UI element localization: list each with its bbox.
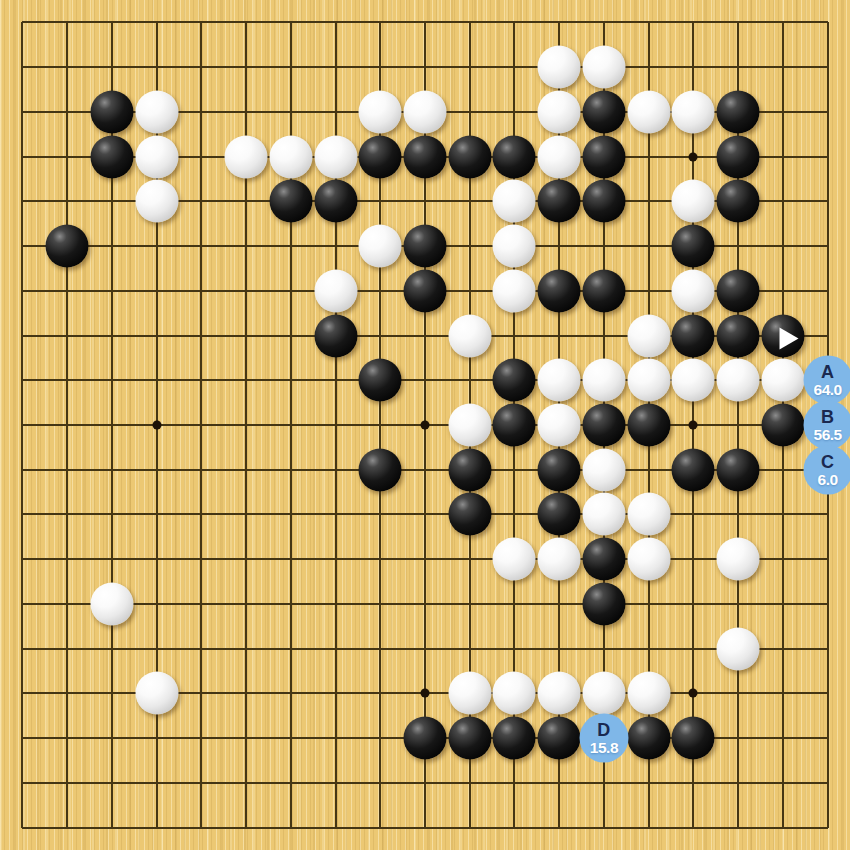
intersection[interactable] (582, 805, 627, 850)
intersection[interactable] (45, 0, 90, 45)
intersection[interactable] (626, 492, 671, 537)
intersection[interactable] (761, 0, 806, 45)
intersection[interactable] (179, 134, 224, 179)
intersection[interactable] (179, 268, 224, 313)
intersection[interactable] (134, 761, 179, 806)
intersection[interactable] (403, 716, 448, 761)
intersection[interactable] (268, 716, 313, 761)
intersection[interactable] (313, 805, 358, 850)
intersection[interactable] (492, 447, 537, 492)
intersection[interactable] (268, 582, 313, 627)
intersection[interactable] (45, 313, 90, 358)
intersection[interactable] (89, 805, 134, 850)
intersection[interactable] (358, 582, 403, 627)
intersection[interactable] (89, 403, 134, 448)
intersection[interactable] (761, 179, 806, 224)
intersection[interactable] (761, 492, 806, 537)
intersection[interactable] (224, 403, 269, 448)
intersection[interactable] (134, 0, 179, 45)
intersection[interactable] (626, 358, 671, 403)
intersection[interactable] (313, 537, 358, 582)
intersection[interactable] (626, 134, 671, 179)
intersection[interactable] (89, 626, 134, 671)
intersection[interactable] (0, 805, 45, 850)
intersection[interactable] (582, 492, 627, 537)
intersection[interactable] (805, 805, 850, 850)
intersection[interactable] (761, 761, 806, 806)
intersection[interactable] (582, 313, 627, 358)
intersection[interactable] (671, 0, 716, 45)
intersection[interactable] (671, 313, 716, 358)
intersection[interactable] (224, 224, 269, 269)
intersection[interactable] (268, 313, 313, 358)
intersection[interactable] (582, 134, 627, 179)
intersection[interactable] (224, 492, 269, 537)
intersection[interactable] (805, 671, 850, 716)
intersection[interactable] (671, 403, 716, 448)
intersection[interactable] (45, 134, 90, 179)
intersection[interactable] (447, 224, 492, 269)
intersection[interactable] (403, 492, 448, 537)
intersection[interactable] (582, 358, 627, 403)
intersection[interactable] (268, 626, 313, 671)
intersection[interactable] (626, 626, 671, 671)
intersection[interactable] (582, 179, 627, 224)
intersection[interactable] (671, 45, 716, 90)
intersection[interactable] (537, 0, 582, 45)
intersection[interactable] (716, 45, 761, 90)
intersection[interactable] (179, 358, 224, 403)
intersection[interactable] (761, 45, 806, 90)
intersection[interactable] (0, 358, 45, 403)
intersection[interactable] (626, 805, 671, 850)
intersection[interactable] (805, 268, 850, 313)
intersection[interactable] (358, 716, 403, 761)
intersection[interactable] (45, 626, 90, 671)
intersection[interactable] (358, 805, 403, 850)
intersection[interactable] (537, 537, 582, 582)
intersection[interactable] (45, 671, 90, 716)
intersection[interactable] (268, 403, 313, 448)
intersection[interactable] (313, 89, 358, 134)
intersection[interactable] (447, 179, 492, 224)
intersection[interactable] (179, 45, 224, 90)
intersection[interactable] (134, 582, 179, 627)
intersection[interactable] (313, 358, 358, 403)
intersection[interactable] (268, 492, 313, 537)
intersection[interactable] (403, 45, 448, 90)
intersection[interactable] (358, 626, 403, 671)
intersection[interactable] (671, 805, 716, 850)
intersection[interactable] (313, 582, 358, 627)
intersection[interactable] (626, 313, 671, 358)
intersection[interactable] (805, 716, 850, 761)
intersection[interactable] (268, 179, 313, 224)
intersection[interactable] (537, 492, 582, 537)
intersection[interactable] (626, 179, 671, 224)
intersection[interactable] (582, 403, 627, 448)
intersection[interactable] (671, 671, 716, 716)
intersection[interactable] (805, 761, 850, 806)
intersection[interactable] (761, 626, 806, 671)
intersection[interactable] (0, 403, 45, 448)
intersection[interactable] (0, 224, 45, 269)
intersection[interactable] (447, 0, 492, 45)
intersection[interactable] (492, 671, 537, 716)
intersection[interactable] (358, 761, 403, 806)
intersection[interactable] (224, 0, 269, 45)
intersection[interactable] (537, 224, 582, 269)
intersection[interactable] (313, 492, 358, 537)
intersection[interactable] (0, 537, 45, 582)
intersection[interactable] (45, 268, 90, 313)
intersection[interactable] (626, 403, 671, 448)
intersection[interactable] (403, 179, 448, 224)
intersection[interactable] (492, 224, 537, 269)
intersection[interactable] (89, 134, 134, 179)
intersection[interactable] (358, 89, 403, 134)
intersection[interactable] (403, 224, 448, 269)
intersection[interactable] (89, 761, 134, 806)
intersection[interactable] (716, 537, 761, 582)
intersection[interactable] (179, 179, 224, 224)
intersection[interactable] (313, 626, 358, 671)
intersection[interactable] (447, 268, 492, 313)
intersection[interactable] (626, 716, 671, 761)
intersection[interactable] (224, 582, 269, 627)
intersection[interactable] (492, 313, 537, 358)
intersection[interactable] (134, 268, 179, 313)
intersection[interactable] (537, 671, 582, 716)
intersection[interactable] (805, 134, 850, 179)
intersection[interactable] (134, 179, 179, 224)
intersection[interactable] (447, 626, 492, 671)
intersection[interactable] (805, 89, 850, 134)
intersection[interactable] (134, 537, 179, 582)
intersection[interactable] (582, 268, 627, 313)
intersection[interactable] (358, 313, 403, 358)
intersection[interactable] (224, 313, 269, 358)
intersection[interactable] (582, 45, 627, 90)
intersection[interactable] (268, 447, 313, 492)
intersection[interactable] (447, 447, 492, 492)
intersection[interactable] (89, 89, 134, 134)
intersection[interactable] (358, 403, 403, 448)
intersection[interactable] (537, 358, 582, 403)
intersection[interactable] (537, 716, 582, 761)
intersection[interactable] (45, 45, 90, 90)
intersection[interactable] (582, 761, 627, 806)
intersection[interactable] (805, 626, 850, 671)
intersection[interactable] (492, 179, 537, 224)
intersection[interactable] (805, 492, 850, 537)
intersection[interactable] (582, 0, 627, 45)
intersection[interactable] (45, 805, 90, 850)
intersection[interactable] (716, 492, 761, 537)
intersection[interactable] (179, 761, 224, 806)
intersection[interactable]: C6.0 (805, 447, 850, 492)
intersection[interactable] (447, 358, 492, 403)
intersection[interactable] (761, 313, 806, 358)
intersection[interactable] (537, 761, 582, 806)
intersection[interactable] (403, 0, 448, 45)
intersection[interactable] (403, 403, 448, 448)
intersection[interactable] (179, 537, 224, 582)
intersection[interactable] (268, 89, 313, 134)
intersection[interactable] (45, 179, 90, 224)
intersection[interactable] (671, 224, 716, 269)
intersection[interactable] (179, 313, 224, 358)
intersection[interactable] (626, 89, 671, 134)
intersection[interactable] (761, 89, 806, 134)
intersection[interactable] (134, 403, 179, 448)
intersection[interactable] (537, 313, 582, 358)
intersection[interactable] (492, 358, 537, 403)
intersection[interactable] (313, 224, 358, 269)
intersection[interactable] (179, 716, 224, 761)
intersection[interactable] (805, 224, 850, 269)
intersection[interactable] (716, 0, 761, 45)
intersection[interactable] (0, 0, 45, 45)
intersection[interactable] (716, 582, 761, 627)
intersection[interactable] (179, 492, 224, 537)
intersection[interactable] (492, 134, 537, 179)
intersection[interactable] (134, 716, 179, 761)
intersection[interactable]: A64.0 (805, 358, 850, 403)
intersection[interactable] (716, 134, 761, 179)
intersection[interactable] (0, 45, 45, 90)
intersection[interactable] (447, 492, 492, 537)
suggestion-A[interactable]: A64.0 (803, 356, 850, 405)
intersection[interactable] (313, 403, 358, 448)
intersection[interactable] (0, 582, 45, 627)
intersection[interactable] (89, 224, 134, 269)
intersection[interactable] (313, 0, 358, 45)
intersection[interactable] (403, 313, 448, 358)
intersection[interactable] (447, 671, 492, 716)
intersection[interactable] (761, 671, 806, 716)
intersection[interactable] (403, 805, 448, 850)
intersection[interactable] (582, 582, 627, 627)
intersection[interactable] (224, 805, 269, 850)
intersection[interactable] (224, 537, 269, 582)
intersection[interactable] (313, 268, 358, 313)
intersection[interactable] (582, 626, 627, 671)
intersection[interactable] (89, 447, 134, 492)
intersection[interactable] (537, 134, 582, 179)
intersection[interactable] (403, 537, 448, 582)
intersection[interactable] (805, 45, 850, 90)
intersection[interactable] (0, 89, 45, 134)
intersection[interactable] (358, 671, 403, 716)
intersection[interactable] (671, 582, 716, 627)
intersection[interactable] (716, 447, 761, 492)
intersection[interactable] (358, 0, 403, 45)
intersection[interactable] (537, 447, 582, 492)
intersection[interactable] (224, 761, 269, 806)
intersection[interactable] (671, 492, 716, 537)
intersection[interactable] (89, 671, 134, 716)
intersection[interactable] (358, 224, 403, 269)
intersection[interactable] (716, 358, 761, 403)
intersection[interactable] (313, 447, 358, 492)
intersection[interactable] (268, 761, 313, 806)
intersection[interactable] (761, 403, 806, 448)
intersection[interactable] (403, 582, 448, 627)
intersection[interactable] (537, 268, 582, 313)
intersection[interactable] (761, 716, 806, 761)
intersection[interactable] (492, 537, 537, 582)
intersection[interactable] (45, 358, 90, 403)
intersection[interactable] (224, 134, 269, 179)
intersection[interactable] (492, 716, 537, 761)
intersection[interactable] (716, 313, 761, 358)
intersection[interactable] (492, 45, 537, 90)
intersection[interactable] (805, 582, 850, 627)
intersection[interactable] (358, 537, 403, 582)
intersection[interactable] (492, 89, 537, 134)
intersection[interactable] (492, 761, 537, 806)
intersection[interactable] (716, 626, 761, 671)
intersection[interactable] (626, 268, 671, 313)
intersection[interactable] (447, 45, 492, 90)
intersection[interactable] (761, 134, 806, 179)
intersection[interactable] (626, 0, 671, 45)
intersection[interactable] (671, 716, 716, 761)
intersection[interactable] (0, 447, 45, 492)
intersection[interactable] (537, 626, 582, 671)
intersection[interactable] (492, 582, 537, 627)
intersection[interactable] (89, 492, 134, 537)
intersection[interactable] (0, 268, 45, 313)
intersection[interactable] (134, 805, 179, 850)
intersection[interactable] (224, 447, 269, 492)
intersection[interactable] (268, 224, 313, 269)
intersection[interactable] (447, 716, 492, 761)
intersection[interactable] (403, 268, 448, 313)
intersection[interactable] (716, 179, 761, 224)
intersection[interactable] (134, 626, 179, 671)
intersection[interactable] (224, 89, 269, 134)
intersection[interactable] (224, 268, 269, 313)
intersection[interactable] (134, 89, 179, 134)
intersection[interactable] (89, 358, 134, 403)
intersection[interactable] (0, 671, 45, 716)
intersection[interactable] (179, 224, 224, 269)
intersection[interactable] (671, 179, 716, 224)
intersection[interactable] (89, 45, 134, 90)
intersection[interactable] (45, 224, 90, 269)
intersection[interactable] (447, 805, 492, 850)
intersection[interactable] (89, 179, 134, 224)
intersection[interactable] (89, 716, 134, 761)
intersection[interactable] (492, 492, 537, 537)
suggestion-B[interactable]: B56.5 (803, 400, 850, 449)
intersection[interactable] (403, 134, 448, 179)
intersection[interactable] (358, 134, 403, 179)
intersection[interactable] (224, 716, 269, 761)
intersection[interactable] (358, 45, 403, 90)
intersection[interactable] (492, 0, 537, 45)
intersection[interactable] (492, 626, 537, 671)
intersection[interactable] (671, 626, 716, 671)
intersection[interactable] (671, 537, 716, 582)
intersection[interactable] (492, 268, 537, 313)
intersection[interactable] (45, 716, 90, 761)
intersection[interactable] (89, 537, 134, 582)
intersection[interactable] (0, 179, 45, 224)
intersection[interactable] (805, 313, 850, 358)
intersection[interactable] (671, 89, 716, 134)
intersection[interactable] (582, 447, 627, 492)
intersection[interactable] (268, 537, 313, 582)
intersection[interactable] (761, 268, 806, 313)
intersection[interactable] (537, 403, 582, 448)
intersection[interactable] (626, 45, 671, 90)
intersection[interactable] (89, 582, 134, 627)
intersection[interactable] (179, 671, 224, 716)
intersection[interactable] (179, 403, 224, 448)
intersection[interactable] (716, 671, 761, 716)
suggestion-D[interactable]: D15.8 (579, 714, 628, 763)
intersection[interactable]: B56.5 (805, 403, 850, 448)
intersection[interactable] (89, 313, 134, 358)
intersection[interactable] (224, 671, 269, 716)
intersection[interactable] (134, 313, 179, 358)
intersection[interactable] (626, 761, 671, 806)
intersection[interactable] (492, 805, 537, 850)
intersection[interactable] (0, 716, 45, 761)
intersection[interactable] (134, 358, 179, 403)
intersection[interactable] (179, 0, 224, 45)
intersection[interactable] (89, 268, 134, 313)
intersection[interactable] (179, 447, 224, 492)
intersection[interactable] (716, 403, 761, 448)
intersection[interactable] (716, 716, 761, 761)
intersection[interactable] (0, 761, 45, 806)
intersection[interactable] (761, 582, 806, 627)
intersection[interactable] (179, 89, 224, 134)
intersection[interactable] (134, 224, 179, 269)
intersection[interactable] (358, 268, 403, 313)
intersection[interactable] (403, 447, 448, 492)
intersection[interactable] (313, 179, 358, 224)
intersection[interactable] (626, 671, 671, 716)
intersection[interactable] (671, 761, 716, 806)
intersection[interactable] (403, 671, 448, 716)
intersection[interactable] (626, 224, 671, 269)
intersection[interactable] (268, 671, 313, 716)
intersection[interactable] (492, 403, 537, 448)
intersection[interactable] (447, 761, 492, 806)
intersection[interactable] (626, 537, 671, 582)
intersection[interactable] (313, 45, 358, 90)
intersection[interactable] (403, 89, 448, 134)
intersection[interactable] (447, 537, 492, 582)
intersection[interactable] (45, 492, 90, 537)
intersection[interactable] (45, 403, 90, 448)
intersection[interactable] (134, 134, 179, 179)
intersection[interactable] (134, 492, 179, 537)
intersection[interactable] (89, 0, 134, 45)
intersection[interactable] (45, 582, 90, 627)
intersection[interactable] (582, 89, 627, 134)
intersection[interactable] (358, 447, 403, 492)
intersection[interactable] (716, 805, 761, 850)
intersection[interactable] (671, 268, 716, 313)
intersection[interactable] (0, 134, 45, 179)
intersection[interactable] (179, 626, 224, 671)
